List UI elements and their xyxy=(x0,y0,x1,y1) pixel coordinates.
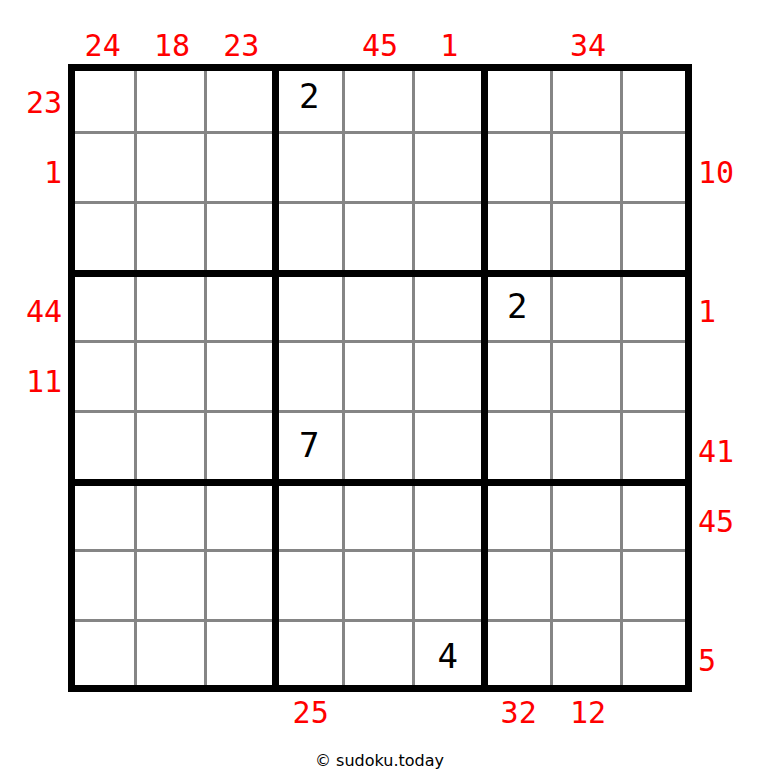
sudoku-board: 2274 xyxy=(68,64,692,692)
clue-left-4: 44 xyxy=(0,273,62,343)
cell-r1c5[interactable] xyxy=(345,64,414,134)
cell-r9c8[interactable] xyxy=(553,622,622,692)
cell-r1c4[interactable]: 2 xyxy=(276,64,345,134)
cell-r8c2[interactable] xyxy=(137,552,206,622)
cell-r5c8[interactable] xyxy=(553,343,622,413)
cell-r7c4[interactable] xyxy=(276,483,345,553)
cell-r4c9[interactable] xyxy=(623,273,692,343)
cell-r6c1[interactable] xyxy=(68,413,137,483)
clue-right-6: 41 xyxy=(698,413,758,483)
cell-r7c5[interactable] xyxy=(345,483,414,553)
cell-r6c2[interactable] xyxy=(137,413,206,483)
cell-r8c5[interactable] xyxy=(345,552,414,622)
puzzle-page: 2274 24182345134253212231441110141455 © … xyxy=(0,0,759,779)
cell-r2c7[interactable] xyxy=(484,134,553,204)
cell-r6c5[interactable] xyxy=(345,413,414,483)
cell-r3c5[interactable] xyxy=(345,204,414,274)
cell-r4c1[interactable] xyxy=(68,273,137,343)
cell-r8c9[interactable] xyxy=(623,552,692,622)
cell-r7c1[interactable] xyxy=(68,483,137,553)
cell-r9c4[interactable] xyxy=(276,622,345,692)
cell-r7c2[interactable] xyxy=(137,483,206,553)
cell-r9c9[interactable] xyxy=(623,622,692,692)
cell-r8c7[interactable] xyxy=(484,552,553,622)
cell-r7c8[interactable] xyxy=(553,483,622,553)
box-separator-h1 xyxy=(68,270,692,277)
cell-r6c4[interactable]: 7 xyxy=(276,413,345,483)
clue-left-5: 11 xyxy=(0,343,62,413)
cell-r5c2[interactable] xyxy=(137,343,206,413)
cell-r8c3[interactable] xyxy=(207,552,276,622)
cell-r8c8[interactable] xyxy=(553,552,622,622)
box-separator-h2 xyxy=(68,479,692,486)
cell-r2c5[interactable] xyxy=(345,134,414,204)
cell-r3c8[interactable] xyxy=(553,204,622,274)
cell-r9c3[interactable] xyxy=(207,622,276,692)
cell-r4c3[interactable] xyxy=(207,273,276,343)
cell-r1c1[interactable] xyxy=(68,64,137,134)
cell-r2c6[interactable] xyxy=(415,134,484,204)
cell-r4c5[interactable] xyxy=(345,273,414,343)
cell-r8c6[interactable] xyxy=(415,552,484,622)
given-digit: 7 xyxy=(299,428,319,462)
clue-left-2: 1 xyxy=(0,134,62,204)
cell-r5c5[interactable] xyxy=(345,343,414,413)
cell-r4c6[interactable] xyxy=(415,273,484,343)
cell-grid: 2274 xyxy=(68,64,692,692)
cell-r2c1[interactable] xyxy=(68,134,137,204)
cell-r9c1[interactable] xyxy=(68,622,137,692)
cell-r7c3[interactable] xyxy=(207,483,276,553)
cell-r5c9[interactable] xyxy=(623,343,692,413)
board-border-right xyxy=(685,64,692,692)
given-digit: 2 xyxy=(507,289,527,323)
cell-r9c6[interactable]: 4 xyxy=(415,622,484,692)
cell-r7c9[interactable] xyxy=(623,483,692,553)
clue-top-8: 34 xyxy=(553,30,622,62)
cell-r6c6[interactable] xyxy=(415,413,484,483)
cell-r1c9[interactable] xyxy=(623,64,692,134)
clue-top-5: 45 xyxy=(345,30,414,62)
cell-r2c9[interactable] xyxy=(623,134,692,204)
cell-r5c4[interactable] xyxy=(276,343,345,413)
box-separator-v2 xyxy=(481,64,488,692)
cell-r8c4[interactable] xyxy=(276,552,345,622)
cell-r9c7[interactable] xyxy=(484,622,553,692)
clue-right-9: 5 xyxy=(698,622,758,692)
clue-right-4: 1 xyxy=(698,273,758,343)
cell-r6c7[interactable] xyxy=(484,413,553,483)
board-border-top xyxy=(68,64,692,71)
cell-r8c1[interactable] xyxy=(68,552,137,622)
cell-r3c6[interactable] xyxy=(415,204,484,274)
cell-r5c6[interactable] xyxy=(415,343,484,413)
cell-r4c7[interactable]: 2 xyxy=(484,273,553,343)
clue-bottom-8: 12 xyxy=(553,697,622,729)
clue-top-2: 18 xyxy=(137,30,206,62)
board-border-bottom xyxy=(68,685,692,692)
cell-r5c3[interactable] xyxy=(207,343,276,413)
cell-r1c3[interactable] xyxy=(207,64,276,134)
cell-r9c2[interactable] xyxy=(137,622,206,692)
clue-top-1: 24 xyxy=(68,30,137,62)
cell-r7c7[interactable] xyxy=(484,483,553,553)
cell-r2c4[interactable] xyxy=(276,134,345,204)
clue-right-2: 10 xyxy=(698,134,758,204)
cell-r3c7[interactable] xyxy=(484,204,553,274)
cell-r5c7[interactable] xyxy=(484,343,553,413)
cell-r1c6[interactable] xyxy=(415,64,484,134)
cell-r1c8[interactable] xyxy=(553,64,622,134)
given-digit: 4 xyxy=(438,639,458,673)
clue-bottom-7: 32 xyxy=(484,697,553,729)
box-separator-v1 xyxy=(272,64,279,692)
cell-r6c8[interactable] xyxy=(553,413,622,483)
cell-r7c6[interactable] xyxy=(415,483,484,553)
cell-r1c7[interactable] xyxy=(484,64,553,134)
cell-r2c2[interactable] xyxy=(137,134,206,204)
cell-r6c9[interactable] xyxy=(623,413,692,483)
given-digit: 2 xyxy=(299,79,319,113)
board-border-left xyxy=(68,64,75,692)
cell-r4c8[interactable] xyxy=(553,273,622,343)
cell-r3c9[interactable] xyxy=(623,204,692,274)
cell-r4c4[interactable] xyxy=(276,273,345,343)
clue-bottom-4: 25 xyxy=(276,697,345,729)
copyright-text: © sudoku.today xyxy=(0,751,759,770)
cell-r3c2[interactable] xyxy=(137,204,206,274)
cell-r1c2[interactable] xyxy=(137,64,206,134)
cell-r3c1[interactable] xyxy=(68,204,137,274)
cell-r4c2[interactable] xyxy=(137,273,206,343)
cell-r5c1[interactable] xyxy=(68,343,137,413)
clue-left-1: 23 xyxy=(0,64,62,134)
cell-r6c3[interactable] xyxy=(207,413,276,483)
clue-top-6: 1 xyxy=(415,30,484,62)
cell-r2c8[interactable] xyxy=(553,134,622,204)
cell-r3c3[interactable] xyxy=(207,204,276,274)
cell-r2c3[interactable] xyxy=(207,134,276,204)
cell-r3c4[interactable] xyxy=(276,204,345,274)
clue-right-7: 45 xyxy=(698,483,758,553)
cell-r9c5[interactable] xyxy=(345,622,414,692)
clue-top-3: 23 xyxy=(207,30,276,62)
